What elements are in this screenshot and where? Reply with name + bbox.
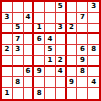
cell-r7c7[interactable]: [67, 67, 78, 78]
cell-r5c2[interactable]: 3: [13, 45, 24, 56]
cell-r3c2[interactable]: 5: [13, 24, 24, 35]
cell-r1c6[interactable]: 5: [56, 2, 67, 13]
cell-r3c7[interactable]: 2: [67, 24, 78, 35]
cell-r8c8[interactable]: [77, 77, 88, 88]
cell-r7c3[interactable]: 6: [24, 67, 35, 78]
cell-r5c1[interactable]: 2: [2, 45, 13, 56]
cell-r6c3[interactable]: [24, 56, 35, 67]
cell-r8c2[interactable]: 8: [13, 77, 24, 88]
cell-r9c3[interactable]: [24, 88, 35, 99]
cell-r5c9[interactable]: 8: [88, 45, 99, 56]
cell-r1c4[interactable]: [34, 2, 45, 13]
cell-r8c1[interactable]: [2, 77, 13, 88]
cell-r8c5[interactable]: [45, 77, 56, 88]
cell-r6c2[interactable]: [13, 56, 24, 67]
cell-r4c1[interactable]: [2, 34, 13, 45]
cell-r9c4[interactable]: 8: [34, 88, 45, 99]
cell-r7c8[interactable]: 8: [77, 67, 88, 78]
cell-r1c8[interactable]: [77, 2, 88, 13]
cell-r1c1[interactable]: [2, 2, 13, 13]
cell-r9c7[interactable]: [67, 88, 78, 99]
cell-r2c4[interactable]: [34, 13, 45, 24]
cell-r9c1[interactable]: 1: [2, 88, 13, 99]
cell-r7c1[interactable]: [2, 67, 13, 78]
cell-r9c6[interactable]: [56, 88, 67, 99]
cell-r7c6[interactable]: 4: [56, 67, 67, 78]
cell-r4c8[interactable]: [77, 34, 88, 45]
cell-r8c7[interactable]: 9: [67, 77, 78, 88]
cell-r7c2[interactable]: [13, 67, 24, 78]
cell-r8c9[interactable]: 4: [88, 77, 99, 88]
cell-r3c3[interactable]: [24, 24, 35, 35]
cell-r5c5[interactable]: 5: [45, 45, 56, 56]
cell-r3c5[interactable]: [45, 24, 56, 35]
cell-r2c6[interactable]: [56, 13, 67, 24]
cell-r9c9[interactable]: [88, 88, 99, 99]
cell-r6c1[interactable]: [2, 56, 13, 67]
cell-r1c5[interactable]: [45, 2, 56, 13]
cell-r3c8[interactable]: [77, 24, 88, 35]
cell-r5c4[interactable]: [34, 45, 45, 56]
cell-r8c6[interactable]: [56, 77, 67, 88]
cell-r2c3[interactable]: 4: [24, 13, 35, 24]
cell-r2c2[interactable]: [13, 13, 24, 24]
cell-r8c4[interactable]: [34, 77, 45, 88]
cell-r4c7[interactable]: [67, 34, 78, 45]
cell-r8c3[interactable]: [24, 77, 35, 88]
cell-r5c6[interactable]: [56, 45, 67, 56]
cell-r2c7[interactable]: [67, 13, 78, 24]
cell-r4c3[interactable]: [24, 34, 35, 45]
cell-r2c1[interactable]: 3: [2, 13, 13, 24]
cell-r1c9[interactable]: 3: [88, 2, 99, 13]
cell-r4c5[interactable]: 4: [45, 34, 56, 45]
cell-r2c9[interactable]: [88, 13, 99, 24]
cell-r3c1[interactable]: [2, 24, 13, 35]
cell-r5c3[interactable]: [24, 45, 35, 56]
cell-r7c9[interactable]: [88, 67, 99, 78]
cell-r3c9[interactable]: [88, 24, 99, 35]
cell-r6c5[interactable]: 1: [45, 56, 56, 67]
cell-r1c2[interactable]: [13, 2, 24, 13]
cell-r3c4[interactable]: 1: [34, 24, 45, 35]
cell-r9c2[interactable]: [13, 88, 24, 99]
cell-r2c8[interactable]: 7: [77, 13, 88, 24]
cell-r6c9[interactable]: [88, 56, 99, 67]
cell-r5c8[interactable]: 6: [77, 45, 88, 56]
cell-r4c2[interactable]: 7: [13, 34, 24, 45]
cell-r6c6[interactable]: 2: [56, 56, 67, 67]
cell-r3c6[interactable]: 3: [56, 24, 67, 35]
sudoku-board: 53347513276423568129694889418: [0, 0, 101, 101]
cell-r1c3[interactable]: [24, 2, 35, 13]
cell-r7c5[interactable]: [45, 67, 56, 78]
cell-r4c4[interactable]: 6: [34, 34, 45, 45]
cell-r5c7[interactable]: [67, 45, 78, 56]
cell-r6c8[interactable]: 9: [77, 56, 88, 67]
cell-r9c5[interactable]: [45, 88, 56, 99]
cell-r4c9[interactable]: [88, 34, 99, 45]
cell-r4c6[interactable]: [56, 34, 67, 45]
cell-r9c8[interactable]: [77, 88, 88, 99]
cell-r7c4[interactable]: 9: [34, 67, 45, 78]
cell-r6c7[interactable]: [67, 56, 78, 67]
cell-r1c7[interactable]: [67, 2, 78, 13]
cell-r6c4[interactable]: [34, 56, 45, 67]
cell-r2c5[interactable]: [45, 13, 56, 24]
